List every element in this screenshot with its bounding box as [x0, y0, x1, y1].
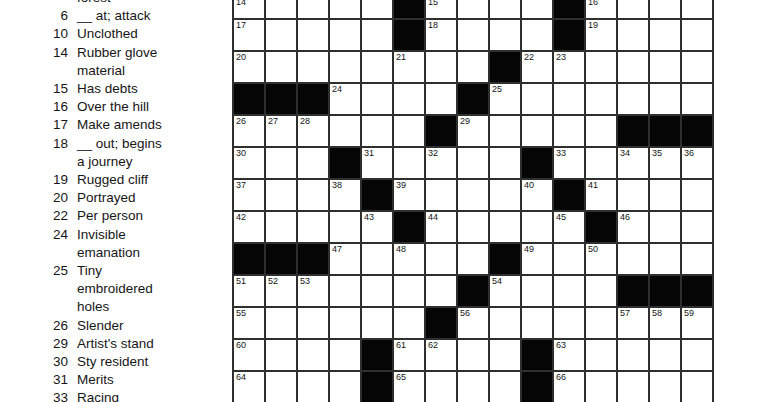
clue-line: holes — [46, 298, 232, 316]
grid-cell[interactable]: 55 — [234, 308, 264, 338]
crossword-page: forest6__ at; attack10Unclothed14Rubber … — [0, 0, 768, 402]
block-cell — [266, 244, 296, 274]
clue-number: 6 — [46, 7, 68, 25]
grid-cell[interactable] — [586, 308, 616, 338]
grid-cell[interactable]: 62 — [426, 340, 456, 370]
grid-cell[interactable] — [362, 244, 392, 274]
grid-cell[interactable]: 45 — [554, 212, 584, 242]
grid-cell[interactable]: 29 — [458, 116, 488, 146]
grid-cell[interactable]: 36 — [682, 148, 712, 178]
grid-cell[interactable] — [330, 276, 360, 306]
grid-cell[interactable] — [682, 52, 712, 82]
clue-text: Make amends — [77, 116, 162, 134]
grid-cell[interactable]: 51 — [234, 276, 264, 306]
grid-cell[interactable] — [266, 52, 296, 82]
grid-cell[interactable] — [586, 52, 616, 82]
grid-cell[interactable] — [650, 212, 680, 242]
grid-cell[interactable] — [490, 180, 520, 210]
grid-cell[interactable] — [650, 0, 680, 18]
grid-cell[interactable] — [362, 84, 392, 114]
clue-text: __ out; begins — [77, 135, 162, 153]
block-cell — [362, 372, 392, 402]
grid-cell[interactable]: 48 — [394, 244, 424, 274]
clue-line: 14Rubber glove — [46, 44, 232, 62]
grid-cell[interactable] — [362, 52, 392, 82]
cell-number: 41 — [588, 180, 598, 190]
cell-number: 27 — [268, 116, 278, 126]
block-cell — [330, 148, 360, 178]
grid-cell[interactable] — [458, 0, 488, 18]
cell-number: 64 — [236, 372, 246, 382]
grid-cell[interactable] — [394, 116, 424, 146]
clue-line: 26Slender — [46, 317, 232, 335]
clue-number: 17 — [46, 116, 68, 134]
block-cell — [586, 212, 616, 242]
cell-number: 52 — [268, 276, 278, 286]
grid-cell[interactable]: 30 — [234, 148, 264, 178]
clue-number: 25 — [46, 262, 68, 280]
grid-cell[interactable] — [330, 308, 360, 338]
block-cell — [362, 340, 392, 370]
grid-cell[interactable] — [266, 212, 296, 242]
cell-number: 43 — [364, 212, 374, 222]
clue-line: 24Invisible — [46, 226, 232, 244]
clue-line: 18__ out; begins — [46, 135, 232, 153]
grid-cell[interactable] — [330, 116, 360, 146]
grid-cell[interactable]: 43 — [362, 212, 392, 242]
cell-number: 23 — [556, 52, 566, 62]
clue-text: Over the hill — [77, 98, 149, 116]
grid-cell[interactable]: 58 — [650, 308, 680, 338]
clue-line: forest — [46, 0, 232, 7]
grid-cell[interactable] — [266, 340, 296, 370]
grid-cell[interactable]: 46 — [618, 212, 648, 242]
cell-number: 25 — [492, 84, 502, 94]
grid-cell[interactable] — [618, 180, 648, 210]
cell-number: 57 — [620, 308, 630, 318]
grid-cell[interactable]: 14 — [234, 0, 264, 18]
grid-cell[interactable] — [682, 20, 712, 50]
grid-cell[interactable] — [394, 84, 424, 114]
grid-cell[interactable]: 27 — [266, 116, 296, 146]
grid-cell[interactable] — [298, 148, 328, 178]
grid-cell[interactable] — [618, 20, 648, 50]
clue-text: Has debts — [77, 80, 138, 98]
clue-number: 29 — [46, 335, 68, 353]
grid-cell[interactable]: 65 — [394, 372, 424, 402]
cell-number: 60 — [236, 340, 246, 350]
grid-cell[interactable] — [586, 84, 616, 114]
clue-number: 16 — [46, 98, 68, 116]
cell-number: 18 — [428, 20, 438, 30]
grid-cell[interactable]: 16 — [586, 0, 616, 18]
grid-cell[interactable] — [650, 340, 680, 370]
grid-cell[interactable] — [618, 372, 648, 402]
block-cell — [554, 20, 584, 50]
block-cell — [394, 212, 424, 242]
grid-cell[interactable] — [586, 148, 616, 178]
grid-cell[interactable] — [266, 0, 296, 18]
clue-text: Artist's stand — [77, 335, 154, 353]
grid-cell[interactable]: 22 — [522, 52, 552, 82]
clue-text: Merits — [77, 371, 114, 389]
grid-cell[interactable] — [618, 340, 648, 370]
grid-cell[interactable]: 18 — [426, 20, 456, 50]
grid-cell[interactable] — [458, 212, 488, 242]
grid-cell[interactable]: 42 — [234, 212, 264, 242]
grid-cell[interactable] — [298, 212, 328, 242]
clue-number — [46, 153, 68, 171]
cell-number: 36 — [684, 148, 694, 158]
grid-cell[interactable] — [490, 212, 520, 242]
grid-cell[interactable] — [266, 20, 296, 50]
cell-number: 50 — [588, 244, 598, 254]
clue-number: 19 — [46, 171, 68, 189]
grid-cell[interactable] — [458, 20, 488, 50]
grid-cell[interactable]: 59 — [682, 308, 712, 338]
grid-cell[interactable] — [458, 52, 488, 82]
cell-number: 46 — [620, 212, 630, 222]
block-cell — [650, 276, 680, 306]
block-cell — [458, 84, 488, 114]
block-cell — [490, 52, 520, 82]
grid-cell[interactable] — [650, 52, 680, 82]
cell-number: 26 — [236, 116, 246, 126]
clue-number: 33 — [46, 389, 68, 402]
cell-number: 29 — [460, 116, 470, 126]
grid-cell[interactable]: 31 — [362, 148, 392, 178]
grid-cell[interactable] — [298, 0, 328, 18]
clue-text: Unclothed — [77, 25, 138, 43]
cell-number: 66 — [556, 372, 566, 382]
grid-cell[interactable] — [266, 180, 296, 210]
grid-cell[interactable] — [522, 84, 552, 114]
grid-cell[interactable]: 39 — [394, 180, 424, 210]
grid-cell[interactable] — [266, 308, 296, 338]
grid-cell[interactable] — [586, 340, 616, 370]
grid-cell[interactable] — [458, 340, 488, 370]
clue-line: 25Tiny — [46, 262, 232, 280]
clue-number: 14 — [46, 44, 68, 62]
grid-cell[interactable] — [426, 52, 456, 82]
block-cell — [682, 116, 712, 146]
grid-cell[interactable]: 50 — [586, 244, 616, 274]
grid-cell[interactable] — [426, 84, 456, 114]
clue-number: 31 — [46, 371, 68, 389]
grid-cell[interactable]: 53 — [298, 276, 328, 306]
grid-cell[interactable]: 37 — [234, 180, 264, 210]
grid-cell[interactable]: 66 — [554, 372, 584, 402]
grid-cell[interactable]: 35 — [650, 148, 680, 178]
block-cell — [426, 308, 456, 338]
grid-cell[interactable] — [426, 276, 456, 306]
grid-cell[interactable] — [490, 340, 520, 370]
clue-number — [46, 298, 68, 316]
grid-cell[interactable]: 56 — [458, 308, 488, 338]
grid-cell[interactable] — [490, 116, 520, 146]
block-cell — [522, 372, 552, 402]
cell-number: 42 — [236, 212, 246, 222]
clue-line: 22Per person — [46, 207, 232, 225]
grid-cell[interactable] — [330, 0, 360, 18]
clue-line: 10Unclothed — [46, 25, 232, 43]
grid-cell[interactable] — [618, 84, 648, 114]
cell-number: 17 — [236, 20, 246, 30]
grid-cell[interactable] — [554, 116, 584, 146]
grid-cell[interactable]: 34 — [618, 148, 648, 178]
cell-number: 37 — [236, 180, 246, 190]
block-cell — [554, 180, 584, 210]
clue-number: 26 — [46, 317, 68, 335]
clue-number: 15 — [46, 80, 68, 98]
grid-cell[interactable] — [362, 0, 392, 18]
cell-number: 40 — [524, 180, 534, 190]
block-cell — [618, 276, 648, 306]
grid-cell[interactable] — [362, 20, 392, 50]
clue-number — [46, 0, 68, 7]
grid-cell[interactable]: 63 — [554, 340, 584, 370]
clue-text: forest — [77, 0, 111, 7]
grid-cell[interactable]: 44 — [426, 212, 456, 242]
cell-number: 61 — [396, 340, 406, 350]
cell-number: 54 — [492, 276, 502, 286]
grid-cell[interactable] — [298, 308, 328, 338]
clue-number — [46, 62, 68, 80]
block-cell — [394, 20, 424, 50]
grid-cell[interactable] — [330, 340, 360, 370]
cell-number: 33 — [556, 148, 566, 158]
grid-cell[interactable]: 15 — [426, 0, 456, 18]
grid-cell[interactable]: 60 — [234, 340, 264, 370]
block-cell — [394, 0, 424, 18]
grid-cell[interactable] — [330, 20, 360, 50]
cell-number: 39 — [396, 180, 406, 190]
grid-cell[interactable]: 25 — [490, 84, 520, 114]
grid-cell[interactable] — [682, 180, 712, 210]
clue-text: holes — [77, 298, 109, 316]
clue-text: emanation — [77, 244, 140, 262]
block-cell — [682, 276, 712, 306]
clue-text: Portrayed — [77, 189, 136, 207]
grid-cell[interactable] — [426, 180, 456, 210]
grid-cell[interactable] — [682, 340, 712, 370]
grid-cell[interactable] — [426, 244, 456, 274]
grid-cell[interactable] — [298, 340, 328, 370]
grid-cell[interactable] — [682, 244, 712, 274]
cell-number: 55 — [236, 308, 246, 318]
clue-text: Rugged cliff — [77, 171, 148, 189]
block-cell — [522, 148, 552, 178]
block-cell — [458, 276, 488, 306]
cell-number: 14 — [236, 0, 246, 7]
grid-cell[interactable] — [490, 20, 520, 50]
grid-cell[interactable] — [650, 20, 680, 50]
grid-cell[interactable] — [586, 372, 616, 402]
grid-cell[interactable]: 38 — [330, 180, 360, 210]
grid-cell[interactable] — [618, 52, 648, 82]
grid-cell[interactable] — [586, 116, 616, 146]
grid-cell[interactable] — [490, 148, 520, 178]
block-cell — [618, 116, 648, 146]
grid-cell[interactable]: 61 — [394, 340, 424, 370]
grid-cell[interactable] — [458, 372, 488, 402]
block-cell — [490, 244, 520, 274]
grid-cell[interactable]: 41 — [586, 180, 616, 210]
grid-cell[interactable] — [330, 52, 360, 82]
grid-cell[interactable] — [298, 372, 328, 402]
grid-cell[interactable]: 24 — [330, 84, 360, 114]
grid-cell[interactable]: 64 — [234, 372, 264, 402]
grid-cell[interactable] — [586, 276, 616, 306]
grid-cell[interactable]: 17 — [234, 20, 264, 50]
grid-cell[interactable] — [330, 212, 360, 242]
grid-cell[interactable] — [394, 308, 424, 338]
cell-number: 62 — [428, 340, 438, 350]
grid-cell[interactable] — [554, 308, 584, 338]
clue-line: 30Sty resident — [46, 353, 232, 371]
block-cell — [234, 244, 264, 274]
grid-cell[interactable] — [298, 52, 328, 82]
grid-cell[interactable] — [682, 84, 712, 114]
clue-text: material — [77, 62, 125, 80]
grid-cell[interactable]: 54 — [490, 276, 520, 306]
cell-number: 28 — [300, 116, 310, 126]
clue-text: Slender — [77, 317, 124, 335]
grid-cell[interactable] — [522, 0, 552, 18]
grid-cell[interactable] — [682, 212, 712, 242]
block-cell — [650, 116, 680, 146]
cell-number: 45 — [556, 212, 566, 222]
clue-line: 6__ at; attack — [46, 7, 232, 25]
clue-line: emanation — [46, 244, 232, 262]
block-cell — [266, 84, 296, 114]
cell-number: 56 — [460, 308, 470, 318]
grid-cell[interactable]: 47 — [330, 244, 360, 274]
grid-cell[interactable] — [490, 0, 520, 18]
grid-cell[interactable] — [394, 148, 424, 178]
cell-number: 31 — [364, 148, 374, 158]
grid-cell[interactable]: 20 — [234, 52, 264, 82]
cell-number: 63 — [556, 340, 566, 350]
clue-text: Sty resident — [77, 353, 148, 371]
grid-cell[interactable] — [458, 180, 488, 210]
cell-number: 19 — [588, 20, 598, 30]
clue-number: 24 — [46, 226, 68, 244]
clue-text: __ at; attack — [77, 7, 151, 25]
grid-cell[interactable] — [650, 244, 680, 274]
grid-cell[interactable]: 32 — [426, 148, 456, 178]
clue-number: 10 — [46, 25, 68, 43]
cell-number: 22 — [524, 52, 534, 62]
grid-cell[interactable]: 52 — [266, 276, 296, 306]
grid-cell[interactable] — [394, 276, 424, 306]
clue-line: 15Has debts — [46, 80, 232, 98]
grid-cell[interactable] — [650, 180, 680, 210]
grid-cell[interactable] — [266, 148, 296, 178]
grid-cell[interactable] — [650, 84, 680, 114]
grid-cell[interactable] — [554, 244, 584, 274]
grid-cell[interactable]: 57 — [618, 308, 648, 338]
across-clue-list: forest6__ at; attack10Unclothed14Rubber … — [46, 0, 232, 402]
grid-cell[interactable]: 28 — [298, 116, 328, 146]
cell-number: 49 — [524, 244, 534, 254]
grid-cell[interactable] — [682, 372, 712, 402]
cell-number: 38 — [332, 180, 342, 190]
clue-text: Racing — [77, 389, 119, 402]
cell-number: 47 — [332, 244, 342, 254]
cell-number: 21 — [396, 52, 406, 62]
cell-number: 35 — [652, 148, 662, 158]
grid-cell[interactable]: 23 — [554, 52, 584, 82]
grid-cell[interactable] — [458, 148, 488, 178]
clue-text: embroidered — [77, 280, 153, 298]
clue-line: 29Artist's stand — [46, 335, 232, 353]
cell-number: 44 — [428, 212, 438, 222]
cell-number: 34 — [620, 148, 630, 158]
grid-cell[interactable] — [554, 276, 584, 306]
grid-cell[interactable]: 49 — [522, 244, 552, 274]
grid-cell[interactable] — [554, 84, 584, 114]
cell-number: 24 — [332, 84, 342, 94]
grid-cell[interactable] — [330, 372, 360, 402]
clue-number: 18 — [46, 135, 68, 153]
grid-cell[interactable]: 19 — [586, 20, 616, 50]
block-cell — [426, 116, 456, 146]
clue-line: 16Over the hill — [46, 98, 232, 116]
cell-number: 53 — [300, 276, 310, 286]
grid-cell[interactable]: 33 — [554, 148, 584, 178]
grid-cell[interactable]: 26 — [234, 116, 264, 146]
grid-cell[interactable] — [522, 276, 552, 306]
grid-cell[interactable] — [298, 180, 328, 210]
grid-cell[interactable]: 21 — [394, 52, 424, 82]
grid-cell[interactable] — [362, 276, 392, 306]
grid-cell[interactable] — [490, 308, 520, 338]
clue-line: a journey — [46, 153, 232, 171]
grid-cell[interactable] — [522, 308, 552, 338]
grid-cell[interactable] — [522, 212, 552, 242]
cell-number: 59 — [684, 308, 694, 318]
grid-cell[interactable] — [426, 372, 456, 402]
crossword-grid: 1415161718192021222324252627282930313233… — [232, 0, 714, 402]
grid-cell[interactable]: 40 — [522, 180, 552, 210]
grid-cell[interactable] — [458, 244, 488, 274]
clue-number: 22 — [46, 207, 68, 225]
grid-cell[interactable] — [298, 20, 328, 50]
grid-cell[interactable] — [362, 116, 392, 146]
clue-number: 20 — [46, 189, 68, 207]
cell-number: 30 — [236, 148, 246, 158]
grid-cell[interactable] — [362, 308, 392, 338]
cell-number: 51 — [236, 276, 246, 286]
block-cell — [298, 244, 328, 274]
grid-cell[interactable] — [522, 116, 552, 146]
grid-cell[interactable] — [490, 372, 520, 402]
grid-cell[interactable] — [618, 0, 648, 18]
grid-cell[interactable] — [650, 372, 680, 402]
clue-text: Tiny — [77, 262, 102, 280]
clue-line: embroidered — [46, 280, 232, 298]
block-cell — [298, 84, 328, 114]
grid-cell[interactable] — [266, 372, 296, 402]
cell-number: 32 — [428, 148, 438, 158]
clue-text: Rubber glove — [77, 44, 157, 62]
clue-line: material — [46, 62, 232, 80]
grid-cell[interactable] — [682, 0, 712, 18]
grid-cell[interactable] — [522, 20, 552, 50]
block-cell — [234, 84, 264, 114]
grid-cell[interactable] — [618, 244, 648, 274]
